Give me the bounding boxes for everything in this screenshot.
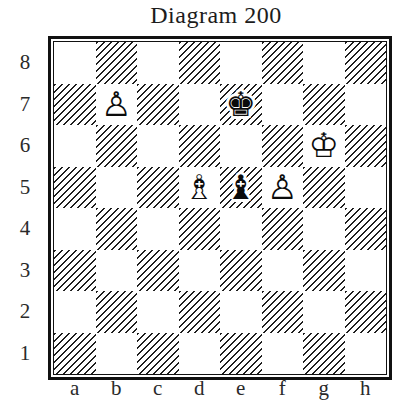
rank-label-1: 1 [12,333,38,375]
square-f1 [262,333,304,375]
square-h1 [345,333,387,375]
square-g2 [303,291,345,333]
square-g4 [303,208,345,250]
square-d1 [179,333,221,375]
square-d8 [179,42,221,84]
black-bishop-e5: ♝ [226,167,256,209]
rank-label-8: 8 [12,42,38,84]
square-a1 [54,333,96,375]
square-e2 [220,291,262,333]
file-label-e: e [220,376,262,400]
square-f4 [262,208,304,250]
white-bishop-d5: ♗ [184,167,214,209]
white-king-g6: ♔ [309,125,339,167]
rank-labels: 87654321 [12,42,38,374]
square-g5 [303,167,345,209]
square-d2 [179,291,221,333]
square-c6 [137,125,179,167]
square-c4 [137,208,179,250]
square-h3 [345,250,387,292]
square-c2 [137,291,179,333]
rank-label-5: 5 [12,167,38,209]
square-c8 [137,42,179,84]
square-a4 [54,208,96,250]
square-b3 [96,250,138,292]
square-a3 [54,250,96,292]
square-h8 [345,42,387,84]
square-g8 [303,42,345,84]
file-label-f: f [262,376,304,400]
square-e4 [220,208,262,250]
board-inner-border: ♙♚♔♗♝♙ [53,41,387,375]
square-e3 [220,250,262,292]
square-h2 [345,291,387,333]
board-grid: ♙♚♔♗♝♙ [54,42,386,374]
square-h7 [345,84,387,126]
square-d4 [179,208,221,250]
square-f5: ♙ [262,167,304,209]
square-d5: ♗ [179,167,221,209]
square-g3 [303,250,345,292]
square-b7: ♙ [96,84,138,126]
square-f3 [262,250,304,292]
chess-diagram-page: Diagram 200 87654321 ♙♚♔♗♝♙ abcdefgh [0,0,400,400]
white-pawn-f5: ♙ [267,167,297,209]
square-e7: ♚ [220,84,262,126]
chess-board: ♙♚♔♗♝♙ [48,36,392,380]
square-b6 [96,125,138,167]
square-a7 [54,84,96,126]
file-label-h: h [345,376,387,400]
square-c5 [137,167,179,209]
square-a8 [54,42,96,84]
rank-label-6: 6 [12,125,38,167]
square-e1 [220,333,262,375]
diagram-title: Diagram 200 [44,2,388,29]
square-g7 [303,84,345,126]
square-d3 [179,250,221,292]
square-h6 [345,125,387,167]
white-pawn-b7: ♙ [101,84,131,126]
rank-label-2: 2 [12,291,38,333]
file-label-g: g [303,376,345,400]
rank-label-7: 7 [12,84,38,126]
square-f2 [262,291,304,333]
square-d7 [179,84,221,126]
rank-label-4: 4 [12,208,38,250]
square-e6 [220,125,262,167]
square-c3 [137,250,179,292]
square-b2 [96,291,138,333]
square-h4 [345,208,387,250]
file-labels: abcdefgh [54,376,386,400]
square-a5 [54,167,96,209]
square-c7 [137,84,179,126]
square-b4 [96,208,138,250]
square-c1 [137,333,179,375]
square-d6 [179,125,221,167]
square-a6 [54,125,96,167]
square-h5 [345,167,387,209]
square-f8 [262,42,304,84]
file-label-c: c [137,376,179,400]
square-b5 [96,167,138,209]
file-label-b: b [96,376,138,400]
square-g6: ♔ [303,125,345,167]
black-king-e7: ♚ [226,84,256,126]
square-e5: ♝ [220,167,262,209]
file-label-d: d [179,376,221,400]
square-a2 [54,291,96,333]
square-b8 [96,42,138,84]
file-label-a: a [54,376,96,400]
rank-label-3: 3 [12,250,38,292]
square-f6 [262,125,304,167]
square-e8 [220,42,262,84]
square-g1 [303,333,345,375]
square-b1 [96,333,138,375]
square-f7 [262,84,304,126]
